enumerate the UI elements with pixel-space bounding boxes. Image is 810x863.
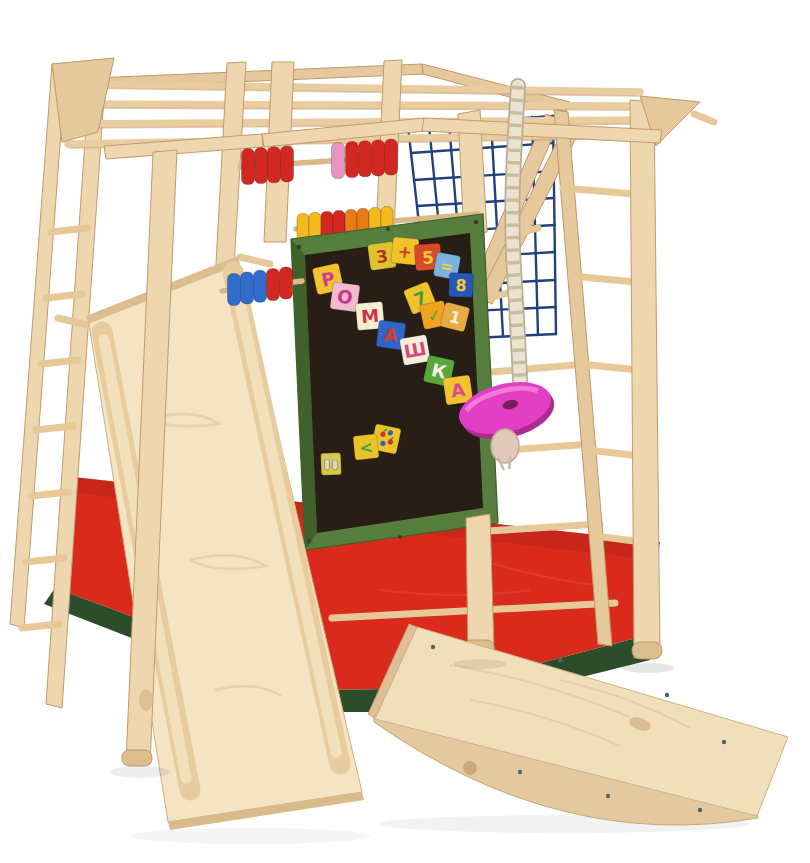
bead [346, 142, 359, 178]
bead [359, 141, 372, 177]
equation-tile: 8 [449, 273, 474, 298]
tile-char: + [397, 241, 413, 262]
tile-char: 5 [421, 247, 434, 268]
bead [242, 149, 255, 185]
hook-bar-stub [240, 257, 270, 264]
ladder-rung [26, 558, 64, 562]
bead [332, 143, 345, 179]
post-foot [632, 642, 662, 659]
ladder-rung [51, 228, 88, 232]
ladder-rung [41, 360, 78, 364]
tile-bg [321, 453, 342, 476]
ladder-rung [36, 426, 73, 430]
bead [255, 148, 268, 184]
tile-char: А [383, 324, 399, 347]
bead [280, 267, 293, 299]
corner-board [52, 58, 114, 142]
ladder-rung [46, 294, 83, 298]
bead [372, 140, 385, 176]
tile-char: М [360, 305, 380, 327]
ladder-rung [492, 364, 586, 372]
ladder-rung [22, 624, 59, 628]
bead [241, 272, 254, 304]
letter-tile: Ш [399, 334, 430, 365]
product-photo: 3 + 5 = 8 7 ✓ 1 [0, 0, 810, 863]
misc-tile [321, 453, 342, 476]
center-post-lower [464, 514, 494, 656]
tile-char: 8 [455, 276, 467, 295]
chalkboard: 3 + 5 = 8 7 ✓ 1 [291, 214, 498, 550]
bar-stub [694, 114, 714, 122]
tile-char: А [450, 379, 467, 402]
center-post [466, 514, 494, 655]
bead [385, 139, 398, 175]
bead [228, 274, 241, 306]
bead [268, 147, 281, 183]
play-gym-illustration: 3 + 5 = 8 7 ✓ 1 [0, 0, 810, 863]
post-foot [122, 750, 152, 766]
rope-knot [491, 429, 519, 463]
bead [267, 269, 280, 301]
bead [254, 270, 267, 302]
equation-tile: 1 [440, 302, 470, 332]
misc-tile: < [353, 434, 379, 460]
right-front-post [630, 100, 660, 658]
tile-char: О [336, 286, 354, 309]
ladder-rung [31, 492, 69, 496]
wood-knot [139, 689, 153, 711]
tile-char: < [358, 437, 373, 457]
bead [281, 146, 294, 182]
wood-knot [463, 761, 477, 775]
tile-char: Ш [402, 338, 428, 363]
